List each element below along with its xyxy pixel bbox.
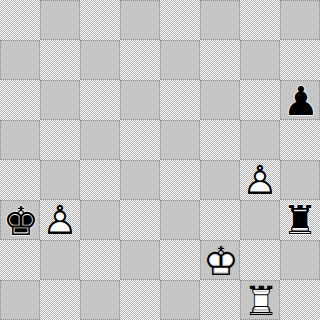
- white-king-icon[interactable]: ♔: [201, 241, 241, 281]
- square-f3[interactable]: [200, 200, 240, 240]
- square-a6[interactable]: [0, 80, 40, 120]
- square-f2[interactable]: ♚♔: [200, 240, 240, 280]
- square-g7[interactable]: [240, 40, 280, 80]
- square-f4[interactable]: [200, 160, 240, 200]
- square-e6[interactable]: [160, 80, 200, 120]
- square-e7[interactable]: [160, 40, 200, 80]
- square-h4[interactable]: [280, 160, 320, 200]
- square-f1[interactable]: [200, 280, 240, 320]
- square-f8[interactable]: [200, 0, 240, 40]
- square-e1[interactable]: [160, 280, 200, 320]
- white-rook-icon[interactable]: ♖: [241, 281, 281, 320]
- square-c2[interactable]: [80, 240, 120, 280]
- square-h7[interactable]: [280, 40, 320, 80]
- square-a5[interactable]: [0, 120, 40, 160]
- square-d3[interactable]: [120, 200, 160, 240]
- square-e5[interactable]: [160, 120, 200, 160]
- square-a1[interactable]: [0, 280, 40, 320]
- square-g6[interactable]: [240, 80, 280, 120]
- square-h6[interactable]: ♟: [280, 80, 320, 120]
- square-h8[interactable]: [280, 0, 320, 40]
- square-g5[interactable]: [240, 120, 280, 160]
- square-b2[interactable]: [40, 240, 80, 280]
- square-c8[interactable]: [80, 0, 120, 40]
- square-b6[interactable]: [40, 80, 80, 120]
- square-h3[interactable]: ♜: [280, 200, 320, 240]
- square-d7[interactable]: [120, 40, 160, 80]
- square-c1[interactable]: [80, 280, 120, 320]
- square-a2[interactable]: [0, 240, 40, 280]
- square-d5[interactable]: [120, 120, 160, 160]
- square-b7[interactable]: [40, 40, 80, 80]
- square-d1[interactable]: [120, 280, 160, 320]
- square-a4[interactable]: [0, 160, 40, 200]
- white-pawn-icon[interactable]: ♙: [40, 200, 80, 240]
- square-e3[interactable]: [160, 200, 200, 240]
- square-a8[interactable]: [0, 0, 40, 40]
- square-e4[interactable]: [160, 160, 200, 200]
- square-a3[interactable]: ♚: [0, 200, 40, 240]
- chess-board: ♟♟♙♚♟♙♜♚♔♜♖: [0, 0, 320, 320]
- square-c7[interactable]: [80, 40, 120, 80]
- square-b1[interactable]: [40, 280, 80, 320]
- square-f6[interactable]: [200, 80, 240, 120]
- square-f7[interactable]: [200, 40, 240, 80]
- square-g2[interactable]: [240, 240, 280, 280]
- square-d8[interactable]: [120, 0, 160, 40]
- square-g8[interactable]: [240, 0, 280, 40]
- square-g1[interactable]: ♜♖: [240, 280, 280, 320]
- square-f5[interactable]: [200, 120, 240, 160]
- square-d4[interactable]: [120, 160, 160, 200]
- square-b5[interactable]: [40, 120, 80, 160]
- white-pawn-icon[interactable]: ♙: [240, 160, 280, 200]
- square-d6[interactable]: [120, 80, 160, 120]
- square-c4[interactable]: [80, 160, 120, 200]
- square-a7[interactable]: [0, 40, 40, 80]
- square-g3[interactable]: [240, 200, 280, 240]
- square-b4[interactable]: [40, 160, 80, 200]
- square-b3[interactable]: ♟♙: [40, 200, 80, 240]
- black-king-icon[interactable]: ♚: [1, 201, 41, 241]
- square-h1[interactable]: [280, 280, 320, 320]
- square-h5[interactable]: [280, 120, 320, 160]
- square-e2[interactable]: [160, 240, 200, 280]
- square-d2[interactable]: [120, 240, 160, 280]
- square-b8[interactable]: [40, 0, 80, 40]
- square-c6[interactable]: [80, 80, 120, 120]
- square-c5[interactable]: [80, 120, 120, 160]
- square-g4[interactable]: ♟♙: [240, 160, 280, 200]
- black-rook-icon[interactable]: ♜: [280, 200, 320, 240]
- square-h2[interactable]: [280, 240, 320, 280]
- black-pawn-icon[interactable]: ♟: [281, 81, 320, 121]
- square-c3[interactable]: [80, 200, 120, 240]
- square-e8[interactable]: [160, 0, 200, 40]
